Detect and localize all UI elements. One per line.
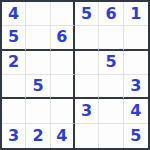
- cell-r5c1[interactable]: [2, 99, 26, 123]
- cell-r4c2[interactable]: 5: [26, 75, 50, 99]
- cell-r4c3[interactable]: [51, 75, 75, 99]
- cell-r5c3[interactable]: [51, 99, 75, 123]
- cell-r5c6[interactable]: 4: [124, 99, 148, 123]
- cell-r4c5[interactable]: [99, 75, 123, 99]
- cell-r6c5[interactable]: [99, 124, 123, 148]
- cell-r3c4[interactable]: [75, 51, 99, 75]
- cell-r5c5[interactable]: [99, 99, 123, 123]
- cell-r4c1[interactable]: [2, 75, 26, 99]
- cell-r2c3[interactable]: 6: [51, 26, 75, 50]
- cell-r2c6[interactable]: [124, 26, 148, 50]
- cell-r6c4[interactable]: [75, 124, 99, 148]
- cell-r3c6[interactable]: [124, 51, 148, 75]
- cell-r1c1[interactable]: 4: [2, 2, 26, 26]
- sudoku-board: 4561562553343245: [0, 0, 150, 150]
- cell-r3c1[interactable]: 2: [2, 51, 26, 75]
- cell-r1c6[interactable]: 1: [124, 2, 148, 26]
- cell-r2c1[interactable]: 5: [2, 26, 26, 50]
- cell-r5c4[interactable]: 3: [75, 99, 99, 123]
- cell-r6c2[interactable]: 2: [26, 124, 50, 148]
- cell-r6c1[interactable]: 3: [2, 124, 26, 148]
- cell-r4c6[interactable]: 3: [124, 75, 148, 99]
- cell-r5c2[interactable]: [26, 99, 50, 123]
- cell-r1c3[interactable]: [51, 2, 75, 26]
- cell-r3c3[interactable]: [51, 51, 75, 75]
- cell-r1c4[interactable]: 5: [75, 2, 99, 26]
- cell-r6c6[interactable]: 5: [124, 124, 148, 148]
- cell-r3c2[interactable]: [26, 51, 50, 75]
- cell-r4c4[interactable]: [75, 75, 99, 99]
- cell-r6c3[interactable]: 4: [51, 124, 75, 148]
- cell-r2c2[interactable]: [26, 26, 50, 50]
- cell-r1c2[interactable]: [26, 2, 50, 26]
- cell-r2c4[interactable]: [75, 26, 99, 50]
- cell-r2c5[interactable]: [99, 26, 123, 50]
- cell-r3c5[interactable]: 5: [99, 51, 123, 75]
- cell-r1c5[interactable]: 6: [99, 2, 123, 26]
